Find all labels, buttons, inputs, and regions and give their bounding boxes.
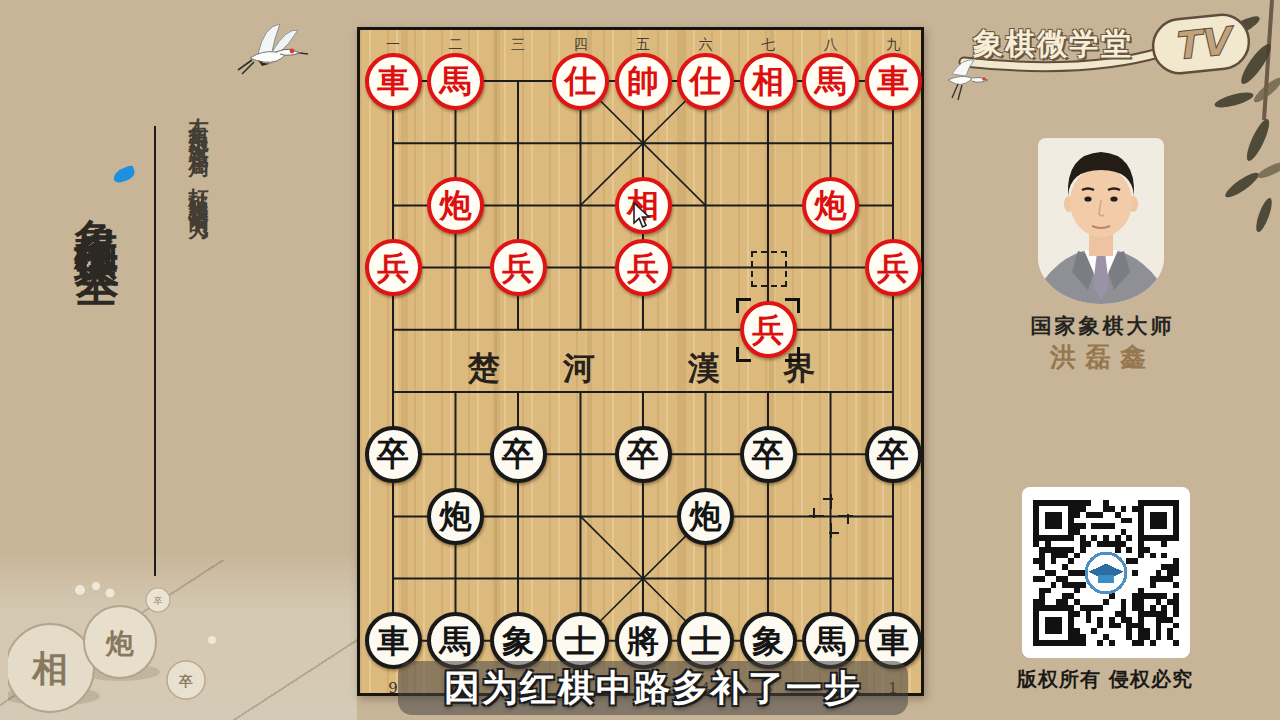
piece-black-cannon[interactable]: 炮: [677, 488, 734, 545]
stone-pieces-icon: 相 炮 卒 卒: [8, 580, 248, 716]
piece-black-pawn[interactable]: 卒: [740, 426, 797, 483]
piece-black-pawn[interactable]: 卒: [490, 426, 547, 483]
last-move-destination-brackets: [736, 298, 800, 362]
file-label-top: 七: [753, 36, 783, 54]
last-move-origin-square: [751, 251, 787, 287]
piece-red-cannon[interactable]: 炮: [802, 177, 859, 234]
piece-red-pawn[interactable]: 兵: [615, 239, 672, 296]
channel-logo-text: 象棋微学堂: [973, 24, 1133, 65]
subtitle-text: 因为红棋中路多补了一步: [444, 664, 862, 713]
svg-text:卒: 卒: [154, 596, 163, 606]
file-label-top: 九: [878, 36, 908, 54]
piece-red-elephant[interactable]: 相: [740, 53, 797, 110]
episode-title: 右士角炮应对飞相局，打破和棋谱的飞刀: [186, 102, 213, 594]
video-frame: { "game": "xiangqi", "position": { "fen"…: [0, 0, 1280, 720]
piece-black-pawn[interactable]: 卒: [865, 426, 922, 483]
svg-text:卒: 卒: [178, 673, 193, 689]
piece-black-cannon[interactable]: 炮: [427, 488, 484, 545]
piece-red-cannon[interactable]: 炮: [427, 177, 484, 234]
piece-red-horse[interactable]: 馬: [427, 53, 484, 110]
presenter-name: 洪磊鑫: [1010, 340, 1195, 375]
series-title: 象棋棋理大全: [68, 183, 127, 513]
piece-red-advisor[interactable]: 仕: [552, 53, 609, 110]
file-label-top: 八: [816, 36, 846, 54]
file-label-top: 五: [628, 36, 658, 54]
piece-red-horse[interactable]: 馬: [802, 53, 859, 110]
copyright-text: 版权所有 侵权必究: [1005, 666, 1205, 693]
piece-red-pawn[interactable]: 兵: [865, 239, 922, 296]
file-label-top: 四: [566, 36, 596, 54]
title-divider: [154, 126, 156, 576]
file-label-top: 一: [378, 36, 408, 54]
piece-red-rook[interactable]: 車: [865, 53, 922, 110]
mouse-cursor: [633, 202, 653, 230]
presenter-title: 国家象棋大师: [1010, 312, 1195, 340]
piece-black-pawn[interactable]: 卒: [365, 426, 422, 483]
piece-red-advisor[interactable]: 仕: [677, 53, 734, 110]
piece-red-rook[interactable]: 車: [365, 53, 422, 110]
file-label-top: 三: [503, 36, 533, 54]
piece-red-pawn[interactable]: 兵: [365, 239, 422, 296]
svg-text:相: 相: [31, 647, 68, 689]
piece-red-king[interactable]: 帥: [615, 53, 672, 110]
presenter-photo: [1038, 138, 1164, 304]
svg-text:炮: 炮: [104, 627, 134, 660]
file-label-top: 六: [691, 36, 721, 54]
river-label-left: 楚 河: [468, 348, 621, 388]
last-move-origin-cross: [809, 494, 853, 538]
qr-code: [1022, 487, 1190, 658]
file-label-top: 二: [441, 36, 471, 54]
crane-icon: [228, 20, 312, 86]
piece-red-pawn[interactable]: 兵: [490, 239, 547, 296]
piece-black-pawn[interactable]: 卒: [615, 426, 672, 483]
subtitle-band: 因为红棋中路多补了一步: [398, 661, 908, 715]
blue-brush-mark: [112, 165, 137, 184]
board-grid: [360, 30, 927, 699]
xiangqi-board[interactable]: 楚 河 漢 界 一二三四五六七八九987654321 車馬仕帥仕相馬車炮相炮兵兵…: [357, 27, 924, 696]
